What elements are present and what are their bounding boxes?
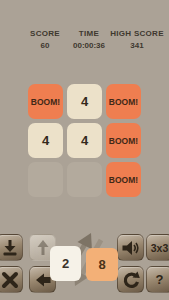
restart-icon — [122, 271, 140, 289]
tray-tile-2[interactable]: 2 — [50, 246, 81, 281]
help-label: ? — [156, 272, 164, 287]
speaker-icon — [121, 239, 140, 257]
tile-r3c3-boom[interactable]: BOOM! — [106, 162, 141, 197]
cell-r3c1-empty[interactable] — [28, 162, 63, 197]
tile-r2c1-4[interactable]: 4 — [28, 123, 63, 158]
high-score-value: 341 — [108, 41, 166, 50]
download-icon — [1, 239, 19, 257]
restart-button[interactable] — [117, 266, 144, 293]
score-value: 60 — [20, 41, 70, 50]
score-block: SCORE 60 — [20, 29, 70, 50]
sound-button[interactable] — [117, 234, 144, 261]
grid-size-button[interactable]: 3x3 — [146, 234, 169, 261]
tile-r1c1-boom[interactable]: BOOM! — [28, 84, 63, 119]
cell-r3c2-empty[interactable] — [67, 162, 102, 197]
score-panel: SCORE 60 TIME 00:00:36 HIGH SCORE 341 — [20, 29, 168, 50]
tile-r1c3-boom[interactable]: BOOM! — [106, 84, 141, 119]
tile-r2c2-4[interactable]: 4 — [67, 123, 102, 158]
upload-icon — [34, 239, 52, 257]
score-label: SCORE — [20, 29, 70, 38]
high-score-label: HIGH SCORE — [108, 29, 166, 38]
high-score-block: HIGH SCORE 341 — [108, 29, 166, 50]
tile-r2c3-boom[interactable]: BOOM! — [106, 123, 141, 158]
time-block: TIME 00:00:36 — [70, 29, 108, 50]
grid-size-label: 3x3 — [151, 242, 169, 254]
back-arrow-icon — [34, 271, 52, 289]
time-value: 00:00:36 — [70, 41, 108, 50]
game-board: BOOM! 4 BOOM! 4 4 BOOM! BOOM! — [28, 84, 141, 197]
save-download-button[interactable] — [0, 234, 23, 261]
help-button[interactable]: ? — [146, 266, 169, 293]
game-screen: SCORE 60 TIME 00:00:36 HIGH SCORE 341 BO… — [0, 0, 169, 300]
time-label: TIME — [70, 29, 108, 38]
close-x-icon — [1, 271, 19, 289]
tray-tile-8[interactable]: 8 — [86, 248, 118, 281]
close-button[interactable] — [0, 266, 23, 293]
tile-r1c2-4[interactable]: 4 — [67, 84, 102, 119]
